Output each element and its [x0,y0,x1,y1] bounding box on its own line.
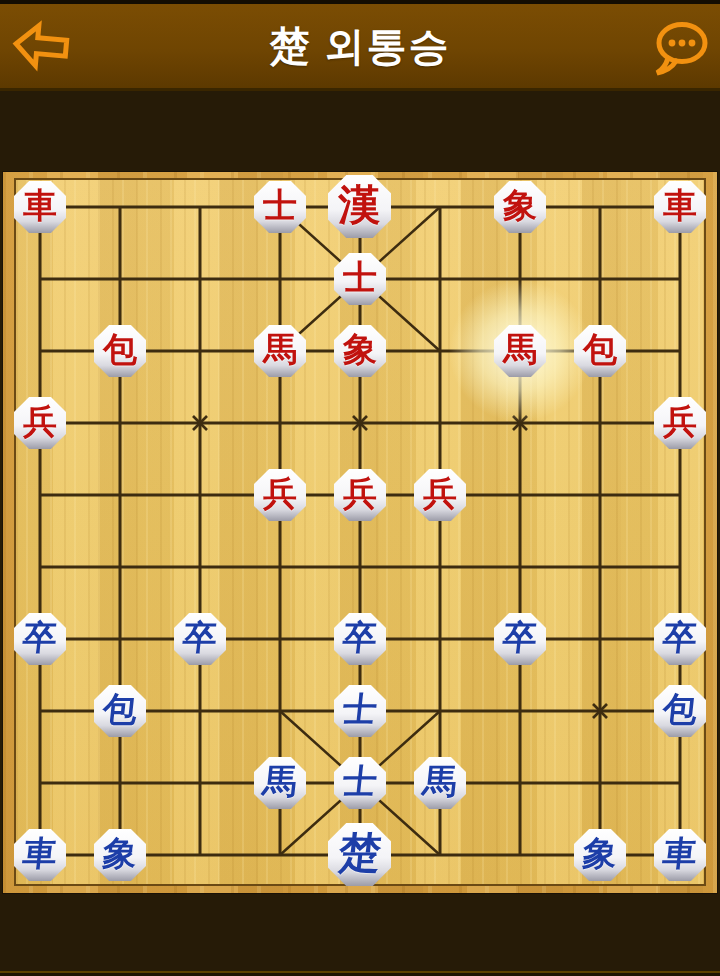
piece-cho-soldier[interactable]: 卒 [654,613,706,665]
piece-cho-chariot[interactable]: 車 [14,829,66,881]
piece-cho-soldier[interactable]: 卒 [494,613,546,665]
piece-cho-horse[interactable]: 馬 [414,757,466,809]
piece-glyph: 兵 [343,476,377,510]
piece-glyph: 兵 [663,404,697,438]
piece-glyph: 車 [23,188,57,222]
piece-glyph: 士 [341,764,379,798]
piece-glyph: 車 [663,188,697,222]
piece-cho-guard[interactable]: 士 [334,757,386,809]
piece-cho-chariot[interactable]: 車 [654,829,706,881]
piece-han-guard[interactable]: 士 [334,253,386,305]
piece-cho-cannon[interactable]: 包 [94,685,146,737]
piece-glyph: 卒 [341,620,379,654]
piece-glyph: 包 [103,332,137,366]
piece-glyph: 楚 [336,832,382,874]
piece-glyph: 士 [341,692,379,726]
piece-glyph: 兵 [23,404,57,438]
piece-han-general[interactable]: 漢 [328,175,391,238]
piece-glyph: 馬 [263,332,297,366]
piece-cho-horse[interactable]: 馬 [254,757,306,809]
piece-cho-elephant[interactable]: 象 [574,829,626,881]
piece-glyph: 兵 [423,476,457,510]
piece-han-elephant[interactable]: 象 [334,325,386,377]
piece-cho-soldier[interactable]: 卒 [174,613,226,665]
piece-cho-general[interactable]: 楚 [328,823,391,886]
piece-han-soldier[interactable]: 兵 [334,469,386,521]
piece-glyph: 包 [661,692,699,726]
piece-han-elephant[interactable]: 象 [494,181,546,233]
piece-han-horse[interactable]: 馬 [254,325,306,377]
piece-han-soldier[interactable]: 兵 [654,397,706,449]
piece-glyph: 馬 [421,764,459,798]
piece-cho-elephant[interactable]: 象 [94,829,146,881]
piece-cho-guard[interactable]: 士 [334,685,386,737]
piece-glyph: 卒 [501,620,539,654]
piece-glyph: 兵 [263,476,297,510]
piece-han-guard[interactable]: 士 [254,181,306,233]
piece-glyph: 象 [101,836,139,870]
piece-han-cannon[interactable]: 包 [94,325,146,377]
piece-glyph: 象 [503,188,537,222]
piece-cho-soldier[interactable]: 卒 [334,613,386,665]
piece-han-soldier[interactable]: 兵 [14,397,66,449]
piece-glyph: 卒 [661,620,699,654]
piece-cho-cannon[interactable]: 包 [654,685,706,737]
piece-han-soldier[interactable]: 兵 [254,469,306,521]
piece-glyph: 卒 [181,620,219,654]
piece-glyph: 士 [343,260,377,294]
piece-glyph: 包 [101,692,139,726]
piece-glyph: 馬 [503,332,537,366]
piece-glyph: 士 [263,188,297,222]
piece-han-horse[interactable]: 馬 [494,325,546,377]
piece-glyph: 卒 [21,620,59,654]
piece-glyph: 包 [583,332,617,366]
piece-glyph: 漢 [339,184,381,226]
piece-han-cannon[interactable]: 包 [574,325,626,377]
piece-cho-soldier[interactable]: 卒 [14,613,66,665]
piece-han-soldier[interactable]: 兵 [414,469,466,521]
piece-glyph: 車 [21,836,59,870]
piece-glyph: 馬 [261,764,299,798]
piece-glyph: 象 [343,332,377,366]
app-screen: 楚 외통승 車士漢象車士包馬象馬包兵兵兵兵兵卒卒卒卒卒包士包馬士馬車象楚象車 [0,0,720,976]
piece-glyph: 象 [581,836,619,870]
piece-han-chariot[interactable]: 車 [14,181,66,233]
piece-han-chariot[interactable]: 車 [654,181,706,233]
piece-glyph: 車 [661,836,699,870]
